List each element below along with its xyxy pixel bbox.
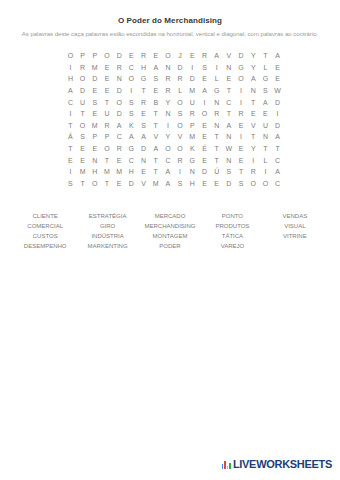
grid-cell[interactable]: M xyxy=(89,120,101,132)
grid-cell[interactable]: W xyxy=(272,85,284,97)
grid-cell[interactable]: P xyxy=(186,120,198,132)
grid-cell[interactable]: V xyxy=(150,131,162,143)
word-list-item: VENDAS xyxy=(264,211,326,221)
grid-cell[interactable]: O xyxy=(198,108,210,120)
grid-cell[interactable]: S xyxy=(137,120,149,132)
grid-cell[interactable]: D xyxy=(113,50,125,62)
grid-cell[interactable]: T xyxy=(211,143,223,155)
grid-cell[interactable]: E xyxy=(101,85,113,97)
grid-cell[interactable]: H xyxy=(125,166,137,178)
grid-cell[interactable]: R xyxy=(211,108,223,120)
grid-cell[interactable]: N xyxy=(211,96,223,108)
grid-cell[interactable]: S xyxy=(174,108,186,120)
grid-cell[interactable]: I xyxy=(162,120,174,132)
grid-cell[interactable]: Á xyxy=(64,131,76,143)
grid-cell[interactable]: V xyxy=(223,50,235,62)
grid-cell[interactable]: A xyxy=(211,50,223,62)
grid-cell[interactable]: L xyxy=(259,62,271,74)
grid-cell[interactable]: R xyxy=(113,62,125,74)
grid-cell[interactable]: P xyxy=(89,50,101,62)
grid-cell[interactable]: D xyxy=(77,85,89,97)
grid-cell[interactable]: T xyxy=(223,85,235,97)
grid-cell[interactable]: E xyxy=(272,62,284,74)
grid-cell[interactable]: O xyxy=(101,143,113,155)
grid-cell[interactable]: E xyxy=(235,143,247,155)
grid-cell[interactable]: Y xyxy=(162,96,174,108)
grid-cell[interactable]: E xyxy=(211,178,223,190)
grid-cell[interactable]: L xyxy=(259,154,271,166)
grid-cell[interactable]: Y xyxy=(162,131,174,143)
grid-cell[interactable]: O xyxy=(162,50,174,62)
grid-cell[interactable]: T xyxy=(272,143,284,155)
grid-cell[interactable]: O xyxy=(64,50,76,62)
grid-cell[interactable]: O xyxy=(77,120,89,132)
grid-cell[interactable]: T xyxy=(150,120,162,132)
grid-cell[interactable]: O xyxy=(259,178,271,190)
grid-cell[interactable]: N xyxy=(223,154,235,166)
liveworksheets-logo-text: LIVEWORKSHEETS xyxy=(233,458,332,470)
grid-cell[interactable]: D xyxy=(272,96,284,108)
grid-cell[interactable]: I xyxy=(235,131,247,143)
grid-cell[interactable]: I xyxy=(235,85,247,97)
grid-cell[interactable]: D xyxy=(113,108,125,120)
grid-cell[interactable]: O xyxy=(235,73,247,85)
grid-cell[interactable]: T xyxy=(77,178,89,190)
grid-cell[interactable]: E xyxy=(137,108,149,120)
grid-cell[interactable]: H xyxy=(137,62,149,74)
grid-cell[interactable]: R xyxy=(247,166,259,178)
word-list-item: CUSTOS xyxy=(14,231,76,241)
grid-cell[interactable]: D xyxy=(223,178,235,190)
grid-cell[interactable]: U xyxy=(77,96,89,108)
grid-cell[interactable]: R xyxy=(186,108,198,120)
grid-cell[interactable]: P xyxy=(101,131,113,143)
grid-cell[interactable]: D xyxy=(137,143,149,155)
grid-cell[interactable]: A xyxy=(259,96,271,108)
grid-cell[interactable]: O xyxy=(89,178,101,190)
grid-cell[interactable]: É xyxy=(198,143,210,155)
grid-cell[interactable]: E xyxy=(137,166,149,178)
grid-cell[interactable]: O xyxy=(247,178,259,190)
grid-cell[interactable]: E xyxy=(235,120,247,132)
word-list-item: VISUAL xyxy=(264,221,326,231)
grid-cell[interactable]: K xyxy=(186,143,198,155)
grid-cell[interactable]: R xyxy=(137,96,149,108)
grid-cell[interactable]: U xyxy=(259,120,271,132)
grid-cell[interactable]: A xyxy=(162,166,174,178)
grid-cell[interactable]: A xyxy=(125,131,137,143)
grid-cell[interactable]: R xyxy=(162,85,174,97)
grid-cell[interactable]: B xyxy=(150,96,162,108)
grid-cell[interactable]: Ú xyxy=(211,166,223,178)
grid-cell[interactable]: L xyxy=(174,85,186,97)
grid-cell[interactable]: E xyxy=(198,73,210,85)
grid-cell[interactable]: N xyxy=(113,73,125,85)
word-list-item: COMERCIAL xyxy=(14,221,76,231)
grid-cell[interactable]: C xyxy=(162,154,174,166)
grid-cell[interactable]: E xyxy=(125,50,137,62)
grid-cell[interactable]: R xyxy=(162,73,174,85)
grid-cell[interactable]: I xyxy=(64,62,76,74)
grid-cell[interactable]: E xyxy=(259,108,271,120)
grid-cell[interactable]: E xyxy=(235,154,247,166)
grid-cell[interactable]: R xyxy=(113,143,125,155)
word-search-grid: OPPODEREOJERAVDYTAIRMERCHANDISINGYLEHODE… xyxy=(4,50,340,189)
worksheet-title: O Poder do Merchandising xyxy=(0,0,340,25)
grid-cell[interactable]: R xyxy=(174,73,186,85)
grid-cell[interactable]: S xyxy=(89,96,101,108)
grid-cell[interactable]: I xyxy=(247,154,259,166)
grid-cell[interactable]: T xyxy=(150,108,162,120)
grid-cell[interactable]: T xyxy=(77,108,89,120)
grid-cell[interactable]: S xyxy=(125,108,137,120)
grid-cell[interactable]: T xyxy=(247,96,259,108)
grid-cell[interactable]: A xyxy=(162,178,174,190)
grid-cell[interactable]: C xyxy=(272,154,284,166)
word-list-item: VITRINE xyxy=(264,231,326,241)
grid-cell[interactable]: S xyxy=(125,96,137,108)
liveworksheets-logo[interactable]: LIVEWORKSHEETS xyxy=(222,458,332,470)
grid-cell[interactable]: N xyxy=(162,108,174,120)
word-list-column: VENDASVISUALVITRINE xyxy=(264,211,326,251)
grid-cell[interactable]: N xyxy=(186,166,198,178)
grid-cell[interactable]: T xyxy=(259,143,271,155)
word-list-item: GIRO xyxy=(76,221,138,231)
grid-cell[interactable]: C xyxy=(64,96,76,108)
grid-cell[interactable]: D xyxy=(89,73,101,85)
grid-cell[interactable]: S xyxy=(198,62,210,74)
grid-cell[interactable]: J xyxy=(174,50,186,62)
grid-cell[interactable]: S xyxy=(64,178,76,190)
grid-cell[interactable]: G xyxy=(259,73,271,85)
grid-cell[interactable]: V xyxy=(137,178,149,190)
grid-cell[interactable]: N xyxy=(259,131,271,143)
grid-cell[interactable]: O xyxy=(174,143,186,155)
grid-cell[interactable]: W xyxy=(223,143,235,155)
grid-cell[interactable]: C xyxy=(223,96,235,108)
grid-cell[interactable]: Y xyxy=(247,62,259,74)
grid-cell[interactable]: A xyxy=(272,166,284,178)
grid-cell[interactable]: E xyxy=(89,85,101,97)
grid-cell[interactable]: S xyxy=(235,178,247,190)
word-list-column: MERCADOMERCHANDISINGMONTAGEMPODER xyxy=(139,211,201,251)
word-list: CLIENTECOMERCIALCUSTOSDESEMPENHOESTRATÉG… xyxy=(0,211,340,251)
word-list-item: DESEMPENHO xyxy=(14,241,76,251)
grid-cell[interactable]: S xyxy=(259,85,271,97)
grid-cell[interactable]: E xyxy=(89,143,101,155)
grid-cell[interactable]: T xyxy=(247,131,259,143)
grid-cell[interactable]: Y xyxy=(247,143,259,155)
grid-cell[interactable]: I xyxy=(259,166,271,178)
grid-cell[interactable]: E xyxy=(150,50,162,62)
grid-cell[interactable]: T xyxy=(101,96,113,108)
word-list-item: TÁTICA xyxy=(201,231,263,241)
grid-cell[interactable]: O xyxy=(77,73,89,85)
grid-cell[interactable]: V xyxy=(174,131,186,143)
grid-cell[interactable]: G xyxy=(125,143,137,155)
word-list-item: CLIENTE xyxy=(14,211,76,221)
grid-cell[interactable]: R xyxy=(101,120,113,132)
grid-cell[interactable]: D xyxy=(174,62,186,74)
grid-cell[interactable]: M xyxy=(186,85,198,97)
grid-cell[interactable]: C xyxy=(272,178,284,190)
word-list-item: ESTRATÉGIA xyxy=(76,211,138,221)
grid-cell[interactable]: I xyxy=(64,108,76,120)
grid-cell[interactable]: M xyxy=(89,62,101,74)
grid-cell[interactable]: C xyxy=(125,62,137,74)
word-list-item: PRODUTOS xyxy=(201,221,263,231)
grid-cell[interactable]: P xyxy=(89,131,101,143)
grid-cell[interactable]: N xyxy=(162,62,174,74)
word-list-item: INDÚSTRIA xyxy=(76,231,138,241)
grid-cell[interactable]: M xyxy=(113,166,125,178)
grid-cell[interactable]: T xyxy=(64,120,76,132)
grid-cell[interactable]: Y xyxy=(247,50,259,62)
grid-cell[interactable]: E xyxy=(113,154,125,166)
grid-cell[interactable]: D xyxy=(235,50,247,62)
grid-cell[interactable]: M xyxy=(101,166,113,178)
grid-cell[interactable]: T xyxy=(150,154,162,166)
grid-cell[interactable]: I xyxy=(125,85,137,97)
grid-cell[interactable]: E xyxy=(198,120,210,132)
grid-cell[interactable]: R xyxy=(77,62,89,74)
grid-cell[interactable]: T xyxy=(259,50,271,62)
grid-cell[interactable]: E xyxy=(89,108,101,120)
grid-cell[interactable]: T xyxy=(101,154,113,166)
grid-cell[interactable]: D xyxy=(272,120,284,132)
grid-cell[interactable]: T xyxy=(64,143,76,155)
grid-cell[interactable]: A xyxy=(223,120,235,132)
grid-cell[interactable]: T xyxy=(211,131,223,143)
grid-cell[interactable]: H xyxy=(186,178,198,190)
grid-cell[interactable]: T xyxy=(211,154,223,166)
word-list-item: MERCADO xyxy=(139,211,201,221)
liveworksheets-chart-icon xyxy=(222,461,231,469)
grid-cell[interactable]: T xyxy=(101,178,113,190)
instructions-text: As palavras deste caça palavras estão es… xyxy=(0,31,340,37)
grid-cell[interactable]: S xyxy=(77,131,89,143)
word-list-item: VAREJO xyxy=(201,241,263,251)
grid-cell[interactable]: D xyxy=(198,166,210,178)
grid-cell[interactable]: I xyxy=(211,62,223,74)
grid-cell[interactable]: I xyxy=(272,108,284,120)
grid-cell[interactable]: A xyxy=(64,85,76,97)
grid-cell[interactable]: I xyxy=(64,166,76,178)
grid-cell[interactable]: T xyxy=(137,85,149,97)
grid-cell[interactable]: V xyxy=(247,120,259,132)
grid-cell[interactable]: G xyxy=(186,154,198,166)
grid-cell[interactable]: O xyxy=(162,143,174,155)
grid-cell[interactable]: N xyxy=(247,85,259,97)
grid-cell[interactable]: E xyxy=(64,154,76,166)
grid-cell[interactable]: K xyxy=(125,120,137,132)
grid-cell[interactable]: D xyxy=(125,178,137,190)
grid-cell[interactable]: T xyxy=(223,108,235,120)
grid-cell[interactable]: R xyxy=(174,154,186,166)
grid-cell[interactable]: A xyxy=(272,50,284,62)
grid-cell[interactable]: O xyxy=(125,73,137,85)
grid-cell[interactable]: R xyxy=(198,50,210,62)
grid-cell[interactable]: I xyxy=(174,166,186,178)
grid-cell[interactable]: T xyxy=(235,166,247,178)
grid-cell[interactable]: A xyxy=(150,143,162,155)
grid-cell[interactable]: D xyxy=(186,73,198,85)
grid-cell[interactable]: N xyxy=(223,62,235,74)
word-list-item: MONTAGEM xyxy=(139,231,201,241)
grid-cell[interactable]: M xyxy=(77,166,89,178)
grid-cell[interactable]: E xyxy=(247,108,259,120)
grid-cell[interactable]: E xyxy=(223,73,235,85)
grid-cell[interactable]: E xyxy=(272,73,284,85)
grid-cell[interactable]: E xyxy=(198,154,210,166)
word-list-column: ESTRATÉGIAGIROINDÚSTRIAMARKENTING xyxy=(76,211,138,251)
grid-cell[interactable]: S xyxy=(223,166,235,178)
grid-cell[interactable]: E xyxy=(198,178,210,190)
word-list-item: PONTO xyxy=(201,211,263,221)
word-list-item: MARKENTING xyxy=(76,241,138,251)
grid-cell[interactable]: L xyxy=(211,73,223,85)
grid-cell[interactable]: H xyxy=(64,73,76,85)
grid-cell[interactable]: D xyxy=(113,85,125,97)
grid-cell[interactable]: S xyxy=(174,178,186,190)
grid-cell[interactable]: E xyxy=(101,73,113,85)
grid-cell[interactable]: N xyxy=(223,131,235,143)
grid-cell[interactable]: E xyxy=(186,50,198,62)
grid-cell[interactable]: U xyxy=(101,108,113,120)
word-list-column: PONTOPRODUTOSTÁTICAVAREJO xyxy=(201,211,263,251)
grid-cell[interactable]: A xyxy=(113,120,125,132)
grid-cell[interactable]: R xyxy=(137,50,149,62)
grid-cell[interactable]: N xyxy=(211,120,223,132)
grid-cell[interactable]: O xyxy=(174,120,186,132)
grid-cell[interactable]: O xyxy=(174,96,186,108)
grid-cell[interactable]: G xyxy=(235,62,247,74)
grid-cell[interactable]: E xyxy=(198,131,210,143)
grid-cell[interactable]: O xyxy=(101,50,113,62)
word-list-item: MERCHANDISING xyxy=(139,221,201,231)
grid-cell[interactable]: P xyxy=(77,50,89,62)
grid-cell[interactable]: H xyxy=(89,166,101,178)
grid-cell[interactable]: O xyxy=(113,96,125,108)
grid-cell[interactable]: M xyxy=(186,131,198,143)
grid-cell[interactable]: A xyxy=(198,85,210,97)
grid-cell[interactable]: G xyxy=(137,73,149,85)
grid-cell[interactable]: S xyxy=(150,73,162,85)
grid-cell[interactable]: E xyxy=(101,62,113,74)
grid-cell[interactable]: E xyxy=(77,154,89,166)
grid-cell[interactable]: A xyxy=(137,131,149,143)
grid-cell[interactable]: A xyxy=(247,73,259,85)
grid-cell[interactable]: R xyxy=(235,108,247,120)
grid-cell[interactable]: I xyxy=(186,62,198,74)
grid-cell[interactable]: A xyxy=(272,131,284,143)
grid-cell[interactable]: N xyxy=(89,154,101,166)
grid-cell[interactable]: E xyxy=(113,178,125,190)
grid-cell[interactable]: I xyxy=(198,96,210,108)
grid-cell[interactable]: C xyxy=(125,154,137,166)
grid-cell[interactable]: E xyxy=(77,143,89,155)
grid-cell[interactable]: M xyxy=(150,178,162,190)
grid-cell[interactable]: E xyxy=(150,85,162,97)
grid-cell[interactable]: A xyxy=(150,62,162,74)
word-list-column: CLIENTECOMERCIALCUSTOSDESEMPENHO xyxy=(14,211,76,251)
word-list-item: PODER xyxy=(139,241,201,251)
grid-cell[interactable]: U xyxy=(186,96,198,108)
grid-cell[interactable]: T xyxy=(150,166,162,178)
grid-cell[interactable]: N xyxy=(137,154,149,166)
grid-cell[interactable]: C xyxy=(113,131,125,143)
grid-cell[interactable]: G xyxy=(211,85,223,97)
grid-cell[interactable]: I xyxy=(235,96,247,108)
